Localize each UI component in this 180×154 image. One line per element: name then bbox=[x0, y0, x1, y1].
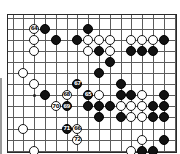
move-number-label: 64 bbox=[31, 26, 38, 32]
white-stone bbox=[137, 35, 147, 45]
move-number-label: 67 bbox=[74, 81, 81, 87]
black-stone bbox=[148, 101, 158, 111]
move-number-label: 66 bbox=[74, 126, 81, 132]
white-stone bbox=[94, 35, 104, 45]
black-stone bbox=[105, 57, 115, 67]
move-number-label: 68 bbox=[63, 92, 70, 98]
black-stone bbox=[148, 146, 158, 154]
white-stone bbox=[137, 112, 147, 122]
white-stone bbox=[94, 90, 104, 100]
white-stone-move-72: 72 bbox=[72, 135, 82, 145]
white-stone bbox=[137, 90, 147, 100]
black-stone bbox=[116, 90, 126, 100]
move-number-label: 71 bbox=[63, 126, 70, 132]
black-stone bbox=[148, 112, 158, 122]
white-stone bbox=[105, 35, 115, 45]
white-stone bbox=[83, 35, 93, 45]
black-stone bbox=[159, 90, 169, 100]
black-stone bbox=[40, 90, 50, 100]
black-stone-move-71: 71 bbox=[62, 124, 72, 134]
grid-line-horizontal bbox=[8, 18, 176, 19]
move-number-label: 72 bbox=[74, 137, 81, 143]
move-number-label: 65 bbox=[85, 92, 92, 98]
grid-line-horizontal bbox=[8, 73, 176, 74]
black-stone bbox=[116, 112, 126, 122]
black-stone bbox=[105, 101, 115, 111]
white-stone bbox=[126, 101, 136, 111]
black-stone bbox=[83, 24, 93, 34]
grid-line-horizontal bbox=[8, 62, 176, 63]
star-point bbox=[33, 94, 36, 97]
black-stone bbox=[137, 46, 147, 56]
white-stone bbox=[83, 46, 93, 56]
kifu-diagram: 646768657069716672 bbox=[0, 0, 180, 154]
black-stone bbox=[94, 68, 104, 78]
white-stone bbox=[126, 112, 136, 122]
white-stone bbox=[29, 35, 39, 45]
white-stone-move-70: 70 bbox=[51, 101, 61, 111]
white-stone-move-68: 68 bbox=[62, 90, 72, 100]
black-stone bbox=[159, 35, 169, 45]
black-stone-move-65: 65 bbox=[83, 90, 93, 100]
move-number-label: 70 bbox=[52, 103, 59, 109]
black-stone bbox=[159, 135, 169, 145]
black-stone-move-67: 67 bbox=[72, 79, 82, 89]
move-number-label: 69 bbox=[63, 103, 70, 109]
go-board: 646768657069716672 bbox=[7, 14, 177, 153]
black-stone bbox=[159, 112, 169, 122]
white-stone bbox=[137, 135, 147, 145]
black-stone bbox=[116, 79, 126, 89]
white-stone bbox=[105, 46, 115, 56]
black-stone bbox=[137, 146, 147, 154]
black-stone bbox=[94, 112, 104, 122]
black-stone bbox=[126, 46, 136, 56]
white-stone bbox=[126, 35, 136, 45]
white-stone bbox=[116, 101, 126, 111]
white-stone bbox=[18, 124, 28, 134]
scan-edge-artifact bbox=[0, 78, 2, 154]
black-stone bbox=[126, 90, 136, 100]
black-stone bbox=[40, 24, 50, 34]
black-stone bbox=[148, 46, 158, 56]
black-stone bbox=[51, 35, 61, 45]
black-stone bbox=[159, 101, 169, 111]
black-stone bbox=[94, 101, 104, 111]
white-stone bbox=[18, 68, 28, 78]
white-stone bbox=[148, 35, 158, 45]
grid-line-horizontal bbox=[8, 129, 176, 130]
black-stone-move-69: 69 bbox=[62, 101, 72, 111]
white-stone bbox=[29, 46, 39, 56]
white-stone-move-64: 64 bbox=[29, 24, 39, 34]
white-stone bbox=[29, 146, 39, 154]
white-stone bbox=[137, 101, 147, 111]
white-stone bbox=[29, 79, 39, 89]
grid-line-horizontal bbox=[8, 140, 176, 141]
black-stone bbox=[83, 101, 93, 111]
black-stone bbox=[94, 46, 104, 56]
white-stone-move-66: 66 bbox=[72, 124, 82, 134]
black-stone bbox=[72, 35, 82, 45]
white-stone bbox=[126, 146, 136, 154]
